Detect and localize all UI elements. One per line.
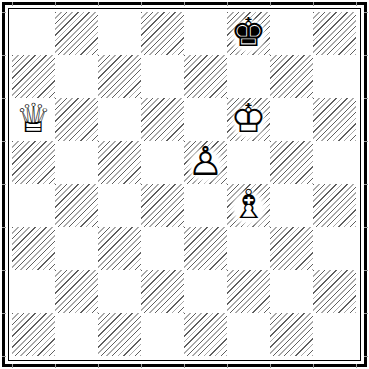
square-c3[interactable] <box>98 227 141 270</box>
square-h1[interactable] <box>313 313 356 356</box>
square-a6[interactable]: ♕ <box>12 98 55 141</box>
square-a8[interactable] <box>12 12 55 55</box>
piece-black-king-f8[interactable]: ♚ <box>231 12 267 54</box>
square-d5[interactable] <box>141 141 184 184</box>
square-b7[interactable] <box>55 55 98 98</box>
square-h6[interactable] <box>313 98 356 141</box>
square-d3[interactable] <box>141 227 184 270</box>
square-e1[interactable] <box>184 313 227 356</box>
square-g8[interactable] <box>270 12 313 55</box>
square-f5[interactable] <box>227 141 270 184</box>
square-f7[interactable] <box>227 55 270 98</box>
square-c7[interactable] <box>98 55 141 98</box>
square-a1[interactable] <box>12 313 55 356</box>
square-h5[interactable] <box>313 141 356 184</box>
square-b2[interactable] <box>55 270 98 313</box>
square-e8[interactable] <box>184 12 227 55</box>
square-b4[interactable] <box>55 184 98 227</box>
square-c1[interactable] <box>98 313 141 356</box>
square-a4[interactable] <box>12 184 55 227</box>
square-b5[interactable] <box>55 141 98 184</box>
square-b3[interactable] <box>55 227 98 270</box>
square-e7[interactable] <box>184 55 227 98</box>
square-f1[interactable] <box>227 313 270 356</box>
square-d7[interactable] <box>141 55 184 98</box>
square-d4[interactable] <box>141 184 184 227</box>
square-f3[interactable] <box>227 227 270 270</box>
square-a5[interactable] <box>12 141 55 184</box>
square-b1[interactable] <box>55 313 98 356</box>
square-h3[interactable] <box>313 227 356 270</box>
square-g5[interactable] <box>270 141 313 184</box>
square-f4[interactable]: ♗ <box>227 184 270 227</box>
square-h8[interactable] <box>313 12 356 55</box>
square-e4[interactable] <box>184 184 227 227</box>
square-a3[interactable] <box>12 227 55 270</box>
square-c2[interactable] <box>98 270 141 313</box>
square-h7[interactable] <box>313 55 356 98</box>
square-a2[interactable] <box>12 270 55 313</box>
chess-board: ♚♕♔♙♗ <box>12 12 356 356</box>
square-c6[interactable] <box>98 98 141 141</box>
square-b6[interactable] <box>55 98 98 141</box>
piece-white-pawn-e5[interactable]: ♙ <box>188 141 224 183</box>
square-h4[interactable] <box>313 184 356 227</box>
square-c4[interactable] <box>98 184 141 227</box>
piece-white-queen-a6[interactable]: ♕ <box>16 98 52 140</box>
square-c8[interactable] <box>98 12 141 55</box>
square-d8[interactable] <box>141 12 184 55</box>
square-g3[interactable] <box>270 227 313 270</box>
square-g7[interactable] <box>270 55 313 98</box>
square-g4[interactable] <box>270 184 313 227</box>
square-e2[interactable] <box>184 270 227 313</box>
square-g6[interactable] <box>270 98 313 141</box>
chess-diagram: ♚♕♔♙♗ <box>0 0 369 369</box>
square-f2[interactable] <box>227 270 270 313</box>
board-frame-outer: ♚♕♔♙♗ <box>2 2 367 367</box>
piece-white-bishop-f4[interactable]: ♗ <box>231 184 267 226</box>
piece-white-king-f6[interactable]: ♔ <box>231 98 267 140</box>
square-h2[interactable] <box>313 270 356 313</box>
square-d6[interactable] <box>141 98 184 141</box>
square-e6[interactable] <box>184 98 227 141</box>
square-e5[interactable]: ♙ <box>184 141 227 184</box>
square-b8[interactable] <box>55 12 98 55</box>
square-f8[interactable]: ♚ <box>227 12 270 55</box>
square-d1[interactable] <box>141 313 184 356</box>
square-f6[interactable]: ♔ <box>227 98 270 141</box>
square-d2[interactable] <box>141 270 184 313</box>
board-frame-inner: ♚♕♔♙♗ <box>8 8 361 361</box>
square-g2[interactable] <box>270 270 313 313</box>
square-e3[interactable] <box>184 227 227 270</box>
square-c5[interactable] <box>98 141 141 184</box>
square-g1[interactable] <box>270 313 313 356</box>
square-a7[interactable] <box>12 55 55 98</box>
